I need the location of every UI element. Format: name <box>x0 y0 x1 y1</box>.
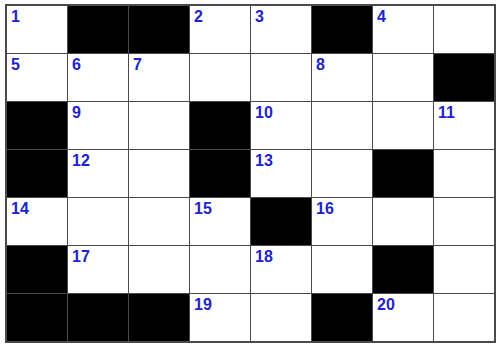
black-cell-r6c1 <box>68 294 128 341</box>
white-cell-r1c3[interactable] <box>190 54 250 101</box>
clue-number-1: 1 <box>11 8 20 26</box>
clue-number-9: 9 <box>72 104 81 122</box>
clue-number-20: 20 <box>377 296 395 314</box>
white-cell-r0c4[interactable]: 3 <box>251 6 311 53</box>
white-cell-r6c6[interactable]: 20 <box>373 294 433 341</box>
black-cell-r6c5 <box>312 294 372 341</box>
crossword-page: 1234567891011121314151617181920 <box>0 0 500 351</box>
white-cell-r6c7[interactable] <box>434 294 494 341</box>
clue-number-16: 16 <box>316 200 334 218</box>
black-cell-r0c1 <box>68 6 128 53</box>
white-cell-r1c6[interactable] <box>373 54 433 101</box>
white-cell-r1c2[interactable]: 7 <box>129 54 189 101</box>
white-cell-r1c5[interactable]: 8 <box>312 54 372 101</box>
clue-number-17: 17 <box>72 248 90 266</box>
white-cell-r3c2[interactable] <box>129 150 189 197</box>
white-cell-r4c7[interactable] <box>434 198 494 245</box>
white-cell-r5c5[interactable] <box>312 246 372 293</box>
white-cell-r0c0[interactable]: 1 <box>7 6 67 53</box>
white-cell-r4c1[interactable] <box>68 198 128 245</box>
clue-number-4: 4 <box>377 8 386 26</box>
clue-number-7: 7 <box>133 56 142 74</box>
white-cell-r3c1[interactable]: 12 <box>68 150 128 197</box>
white-cell-r0c3[interactable]: 2 <box>190 6 250 53</box>
white-cell-r6c4[interactable] <box>251 294 311 341</box>
black-cell-r3c0 <box>7 150 67 197</box>
white-cell-r1c0[interactable]: 5 <box>7 54 67 101</box>
clue-number-11: 11 <box>438 104 455 122</box>
white-cell-r0c7[interactable] <box>434 6 494 53</box>
white-cell-r4c6[interactable] <box>373 198 433 245</box>
black-cell-r1c7 <box>434 54 494 101</box>
white-cell-r0c6[interactable]: 4 <box>373 6 433 53</box>
white-cell-r5c3[interactable] <box>190 246 250 293</box>
white-cell-r3c4[interactable]: 13 <box>251 150 311 197</box>
black-cell-r2c0 <box>7 102 67 149</box>
clue-number-5: 5 <box>11 56 20 74</box>
crossword-grid: 1234567891011121314151617181920 <box>5 4 496 343</box>
white-cell-r4c5[interactable]: 16 <box>312 198 372 245</box>
white-cell-r4c3[interactable]: 15 <box>190 198 250 245</box>
white-cell-r1c4[interactable] <box>251 54 311 101</box>
black-cell-r0c2 <box>129 6 189 53</box>
clue-number-8: 8 <box>316 56 325 74</box>
white-cell-r2c7[interactable]: 11 <box>434 102 494 149</box>
white-cell-r4c2[interactable] <box>129 198 189 245</box>
black-cell-r6c0 <box>7 294 67 341</box>
black-cell-r4c4 <box>251 198 311 245</box>
black-cell-r2c3 <box>190 102 250 149</box>
white-cell-r5c4[interactable]: 18 <box>251 246 311 293</box>
white-cell-r5c2[interactable] <box>129 246 189 293</box>
black-cell-r5c6 <box>373 246 433 293</box>
white-cell-r2c6[interactable] <box>373 102 433 149</box>
black-cell-r0c5 <box>312 6 372 53</box>
clue-number-18: 18 <box>255 248 273 266</box>
white-cell-r6c3[interactable]: 19 <box>190 294 250 341</box>
black-cell-r5c0 <box>7 246 67 293</box>
clue-number-12: 12 <box>72 152 90 170</box>
white-cell-r3c5[interactable] <box>312 150 372 197</box>
white-cell-r2c2[interactable] <box>129 102 189 149</box>
black-cell-r3c3 <box>190 150 250 197</box>
white-cell-r3c7[interactable] <box>434 150 494 197</box>
white-cell-r2c1[interactable]: 9 <box>68 102 128 149</box>
white-cell-r4c0[interactable]: 14 <box>7 198 67 245</box>
clue-number-6: 6 <box>72 56 81 74</box>
clue-number-15: 15 <box>194 200 212 218</box>
clue-number-13: 13 <box>255 152 273 170</box>
white-cell-r1c1[interactable]: 6 <box>68 54 128 101</box>
clue-number-10: 10 <box>255 104 273 122</box>
white-cell-r2c5[interactable] <box>312 102 372 149</box>
clue-number-19: 19 <box>194 296 212 314</box>
white-cell-r5c1[interactable]: 17 <box>68 246 128 293</box>
white-cell-r5c7[interactable] <box>434 246 494 293</box>
clue-number-2: 2 <box>194 8 203 26</box>
black-cell-r3c6 <box>373 150 433 197</box>
clue-number-14: 14 <box>11 200 29 218</box>
clue-number-3: 3 <box>255 8 264 26</box>
white-cell-r2c4[interactable]: 10 <box>251 102 311 149</box>
black-cell-r6c2 <box>129 294 189 341</box>
